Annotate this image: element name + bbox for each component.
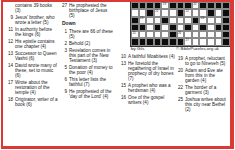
grid-cell-r2c5[interactable] [161,9,169,16]
clue-text: This letter lists the faithful (7) [69,77,106,87]
clue-item: 10A faithful Moabitess (4) [121,54,175,59]
grid-cell-r2c4[interactable]: 21 [154,9,162,16]
clue-text: A faithful Moabitess (4) [128,54,175,59]
clue-text: One of the gospel writers (4) [128,95,164,105]
clue-number: 11 [8,27,14,32]
grid-cell-r6c9[interactable] [192,38,200,45]
grid-cell-r5c6 [169,31,177,38]
cell-number: 20 [193,3,196,6]
grid-cell-r2c11 [207,9,215,16]
grid-cell-r5c13 [222,31,230,38]
clue-number: 5 [62,65,68,70]
clue-item: 13Successor to Queen Vashti (6) [8,51,58,61]
grid-cell-r5c12[interactable] [215,31,223,38]
clue-number: 12 [8,39,14,44]
grid-cell-r4c8 [184,24,192,31]
grid-cell-r4c10 [199,24,207,31]
clue-text: There are 66 of these (5) [69,29,113,39]
down-clues-column-3: 10A faithful Moabitess (4)13He foretold … [121,54,175,107]
clue-number: 18 [8,97,14,102]
down-clues-column-4: 19A prophet, reluctant to go to Nineveh … [178,56,229,114]
clue-number: 6 [62,77,68,82]
grid-cell-r1c6 [169,2,177,9]
across-clue-list-2: 27He prophesied the birthplace of Jesus … [62,3,114,18]
clue-text: David wrote many of these, set to music … [15,63,57,78]
clue-item: 20Adam and Eve ate from this in the gard… [178,68,229,83]
clue-number: 25 [178,97,184,102]
cell-number: 25 [132,32,135,35]
grid-cell-r3c13 [222,17,230,24]
clue-item: 1There are 66 of these (5) [62,29,114,39]
clue-number: 20 [178,68,184,73]
grid-cell-r2c8[interactable]: 22 [184,9,192,16]
clue-item: 18Originator, writer of a book (6) [8,97,58,107]
grid-cell-r1c9[interactable]: 20 [192,2,200,9]
clue-item: 14David wrote many of these, set to musi… [8,63,58,78]
grid-cell-r3c7[interactable] [177,17,185,24]
clue-number: 27 [62,3,68,8]
clue-number: 3 [62,48,68,53]
clue-item: 3Revelation comes in this part of the Ne… [62,48,114,63]
grid-cell-r3c3[interactable] [146,17,154,24]
grid-cell-r1c2 [139,2,147,9]
clue-item: 5Donation of money to the poor (4) [62,65,114,75]
clue-item: 16One of the gospel writers (4) [121,95,175,105]
clue-number: 14 [8,63,14,68]
grid-cell-r3c12[interactable] [215,17,223,24]
clue-text: Behold (2) [69,41,90,46]
grid-cell-r3c1 [131,17,139,24]
clue-text: He prophesied the birthplace of Jesus (5… [69,3,107,18]
cell-number: 24 [201,17,204,20]
grid-cell-r2c13 [222,9,230,16]
grid-cell-r6c6 [169,38,177,45]
grid-cell-r5c9[interactable] [192,31,200,38]
clue-text: He prophesied of the 'day of the Lord' (… [69,89,112,99]
grid-cell-r1c7 [177,2,185,9]
clue-text: Donation of money to the poor (4) [69,65,113,75]
clue-item: 22The border of a garment (3) [178,85,229,95]
copyright-notice: © BiblePuzzles.org.uk [176,46,219,51]
grid-cell-r6c3 [146,38,154,45]
grid-cell-r3c2[interactable]: 23 [139,17,147,24]
grid-cell-r4c4 [154,24,162,31]
grid-cell-r4c6 [169,24,177,31]
grid-cell-r2c9[interactable] [192,9,200,16]
grid-cell-r4c2 [139,24,147,31]
grid-cell-r6c8[interactable]: 27 [184,38,192,45]
grid-cell-r6c2 [139,38,147,45]
grid-cell-r4c9[interactable] [192,24,200,31]
grid-cell-r6c12[interactable] [215,38,223,45]
cell-number: 23 [140,17,143,20]
grid-cell-r6c5 [161,38,169,45]
clue-text: A prophet who was a herdsman (4) [128,83,171,93]
byline: by Gils [131,46,144,51]
grid-cell-r4c13 [222,24,230,31]
clue-text: His epistle contains one chapter (4) [15,39,55,49]
clue-text: Revelation comes in this part of the New… [69,48,110,63]
grid-cell-r5c4[interactable] [154,31,162,38]
clue-item: 27He prophesied the birthplace of Jesus … [62,3,114,18]
grid-cell-r2c3 [146,9,154,16]
clue-text: Joshua writes about this city near Bethe… [185,97,226,112]
clue-item: 19A prophet, reluctant to go to Nineveh … [178,56,229,66]
clue-item: 2Behold (2) [62,41,114,46]
clue-text: Jesus' brother, who wrote a letter (5) [15,15,54,25]
grid-cell-r3c5 [161,17,169,24]
clue-number: 13 [121,61,127,66]
grid-cell-r1c10 [199,2,207,9]
crossword-grid: 192021222324252627 [130,1,231,47]
clue-text: contains 39 books (3) [15,3,52,13]
down-clue-list-2: 10A faithful Moabitess (4)13He foretold … [121,54,175,105]
clue-item: 12His epistle contains one chapter (4) [8,39,58,49]
clue-text: Wrote about the restoration of the templ… [15,80,49,95]
clue-continuation: contains 39 books (3) [8,3,58,13]
clue-number: 2 [62,41,68,46]
clue-number: 13 [8,51,14,56]
clue-number: 16 [121,95,127,100]
clue-item: 6This letter lists the faithful (7) [62,77,114,87]
grid-cell-r5c10[interactable] [199,31,207,38]
grid-cell-r5c5[interactable] [161,31,169,38]
cell-number: 26 [178,32,181,35]
clue-item: 9He prophesied of the 'day of the Lord' … [62,89,114,99]
grid-cell-r2c6[interactable] [169,9,177,16]
grid-cell-r5c1[interactable]: 25 [131,31,139,38]
clue-number: 9 [62,89,68,94]
clue-number: 9 [8,15,14,20]
clue-item: 13He foretold the regathering of Israel … [121,61,175,81]
cell-number: 19 [163,3,166,6]
grid-cell-r4c11[interactable] [207,24,215,31]
grid-cell-r5c3[interactable] [146,31,154,38]
clue-number: 1 [62,29,68,34]
grid-cell-r3c11[interactable] [207,17,215,24]
down-clue-list-3: 19A prophet, reluctant to go to Nineveh … [178,56,229,112]
clue-text: In authority before the kings (6) [15,27,52,37]
clue-text: Adam and Eve ate from this in the garden… [185,68,223,83]
grid-cell-r3c4[interactable] [154,17,162,24]
grid-cell-r4c5[interactable] [161,24,169,31]
grid-cell-r6c10[interactable] [199,38,207,45]
across-clues-column-1: contains 39 books (3) 9Jesus' brother, w… [8,3,58,109]
grid-cell-r3c6[interactable] [169,17,177,24]
clue-item: 25Joshua writes about this city near Bet… [178,97,229,112]
clue-text: Successor to Queen Vashti (6) [15,51,57,61]
clues-column-2: 27He prophesied the birthplace of Jesus … [62,3,114,101]
grid-cell-r3c9 [192,17,200,24]
grid-cell-r1c13 [222,2,230,9]
grid-cell-r1c3 [146,2,154,9]
cell-number: 27 [186,39,189,42]
cell-number: 21 [155,10,158,13]
grid-cell-r1c5[interactable]: 19 [161,2,169,9]
grid-cell-r6c11[interactable] [207,38,215,45]
grid-cell-r4c3[interactable] [146,24,154,31]
clue-item: 11In authority before the kings (6) [8,27,58,37]
clue-text: He foretold the regathering of Israel in… [128,61,174,81]
grid-cell-r1c12 [215,2,223,9]
grid-cell-r6c4 [154,38,162,45]
grid-cell-r6c7 [177,38,185,45]
grid-cell-r1c1 [131,2,139,9]
grid-cell-r3c8[interactable] [184,17,192,24]
clue-item: 17Wrote about the restoration of the tem… [8,80,58,95]
cell-number: 22 [186,10,189,13]
down-heading: Down [62,21,114,26]
across-clue-list-1: 9Jesus' brother, who wrote a letter (5)1… [8,15,58,107]
grid-cell-r6c1 [131,38,139,45]
down-clue-list-1: 1There are 66 of these (5)2Behold (2)3Re… [62,29,114,99]
clue-number: 19 [178,56,184,61]
clue-number: 22 [178,85,184,90]
grid-cell-r5c2[interactable] [139,31,147,38]
clue-text: The border of a garment (3) [185,85,216,95]
grid-cell-r3c10[interactable]: 24 [199,17,207,24]
grid-cell-r6c13 [222,38,230,45]
grid-cell-r4c12 [215,24,223,31]
clue-item: 9Jesus' brother, who wrote a letter (5) [8,15,58,25]
grid-cell-r5c11[interactable] [207,31,215,38]
clue-text: Originator, writer of a book (6) [15,97,58,107]
grid-cell-r2c1[interactable] [131,9,139,16]
crossword-page: 192021222324252627 by Gils © BiblePuzzle… [0,0,235,150]
grid-cell-r2c12[interactable] [215,9,223,16]
grid-cell-r2c7 [177,9,185,16]
clue-text: A prophet, reluctant to go to Nineveh (5… [185,56,225,66]
clue-number: 15 [121,83,127,88]
clue-number: 10 [121,54,127,59]
grid-cell-r5c7[interactable]: 26 [177,31,185,38]
clue-item: 15A prophet who was a herdsman (4) [121,83,175,93]
clue-number: 17 [8,80,14,85]
grid-cell-r1c11 [207,2,215,9]
